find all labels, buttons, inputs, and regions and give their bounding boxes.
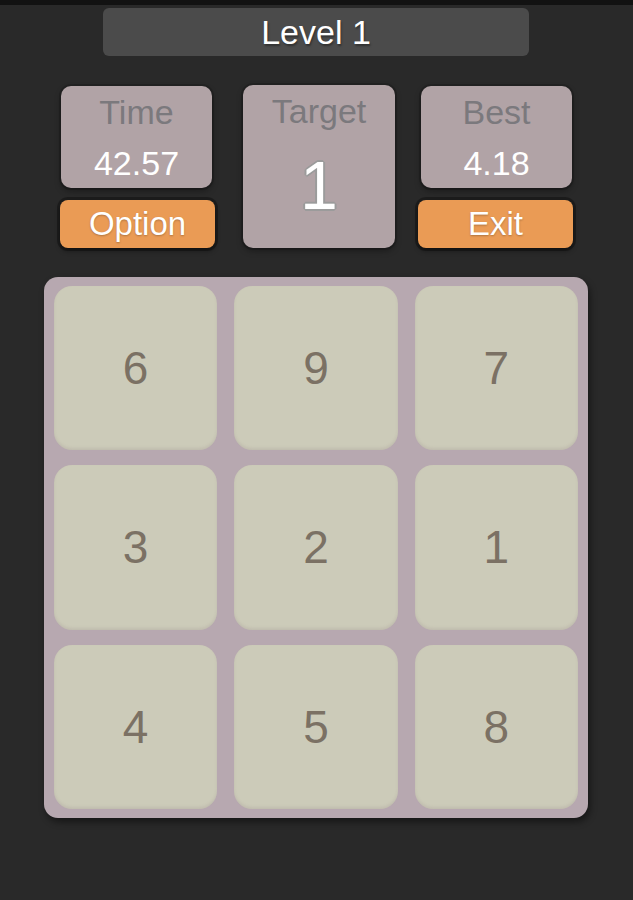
tile-r1c1[interactable]: 2 (234, 465, 397, 629)
tile-r2c1[interactable]: 5 (234, 645, 397, 809)
time-panel: Time 42.57 (61, 86, 212, 188)
time-value: 42.57 (94, 143, 179, 184)
tile-r0c0[interactable]: 6 (54, 286, 217, 450)
target-value: 1 (300, 132, 338, 248)
best-value: 4.18 (463, 143, 529, 184)
best-label: Best (462, 92, 530, 133)
number-board: 6 9 7 3 2 1 4 5 8 (44, 277, 588, 818)
time-label: Time (99, 92, 173, 133)
exit-button[interactable]: Exit (418, 200, 573, 248)
tile-r2c0[interactable]: 4 (54, 645, 217, 809)
game-screen: Level 1 Time 42.57 Target 1 Best 4.18 Op… (0, 0, 633, 900)
tile-r2c2[interactable]: 8 (415, 645, 578, 809)
level-title: Level 1 (261, 13, 371, 52)
tile-r1c2[interactable]: 1 (415, 465, 578, 629)
option-button[interactable]: Option (60, 200, 215, 248)
best-panel: Best 4.18 (421, 86, 572, 188)
status-strip (0, 0, 633, 5)
target-panel: Target 1 (243, 85, 395, 248)
tile-r0c2[interactable]: 7 (415, 286, 578, 450)
level-title-bar: Level 1 (103, 8, 529, 56)
tile-r0c1[interactable]: 9 (234, 286, 397, 450)
tile-r1c0[interactable]: 3 (54, 465, 217, 629)
target-label: Target (272, 91, 367, 132)
